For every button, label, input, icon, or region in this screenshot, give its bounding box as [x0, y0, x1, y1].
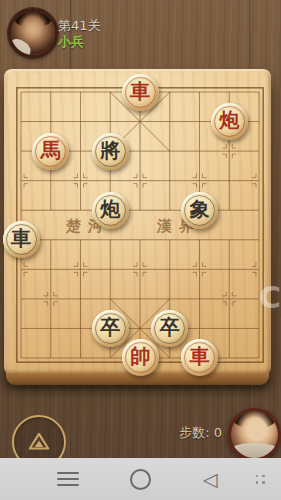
opponent-avatar[interactable] [8, 8, 58, 58]
menu-button[interactable] [40, 458, 96, 500]
step-counter-value: 0 [214, 425, 222, 440]
piece-red-馬[interactable]: 馬 [32, 133, 69, 170]
piece-red-車[interactable]: 車 [181, 339, 218, 376]
player-avatar[interactable] [228, 408, 281, 461]
piece-red-炮[interactable]: 炮 [211, 103, 248, 140]
android-navbar: ◁ [0, 458, 281, 500]
piece-character: 車 [122, 73, 159, 110]
piece-character: 將 [92, 132, 129, 169]
player-portrait-image [231, 411, 278, 458]
step-counter: 步数: 0 [179, 424, 222, 442]
back-button[interactable]: ◁ [182, 458, 238, 500]
piece-character: 馬 [32, 132, 69, 169]
piece-black-車[interactable]: 車 [3, 221, 40, 258]
piece-red-帥[interactable]: 帥 [122, 339, 159, 376]
floating-edge-badge[interactable]: C [259, 283, 281, 313]
home-circle-icon [130, 469, 151, 490]
back-triangle-icon: ◁ [203, 470, 218, 489]
piece-black-炮[interactable]: 炮 [92, 192, 129, 229]
menu-icon [57, 468, 79, 490]
piece-black-將[interactable]: 將 [92, 133, 129, 170]
piece-character: 象 [181, 191, 218, 228]
step-counter-label: 步数: [179, 425, 209, 440]
piece-character: 車 [3, 220, 40, 257]
piece-red-車[interactable]: 車 [122, 74, 159, 111]
home-button[interactable] [112, 458, 168, 500]
piece-character: 炮 [211, 102, 248, 139]
recent-dots-icon [256, 475, 265, 484]
piece-character: 炮 [92, 191, 129, 228]
chevron-up-icon [26, 429, 52, 455]
app-screen: 第41关 小兵 楚河 漢界 車炮馬將炮象車卒卒帥車 C 步数: 0 ◁ [0, 0, 281, 500]
piece-character: 車 [181, 338, 218, 375]
recent-apps-button[interactable] [240, 458, 280, 500]
opponent-portrait-image [11, 11, 55, 55]
opponent-name: 小兵 [58, 33, 84, 51]
piece-black-象[interactable]: 象 [181, 192, 218, 229]
piece-character: 帥 [122, 338, 159, 375]
